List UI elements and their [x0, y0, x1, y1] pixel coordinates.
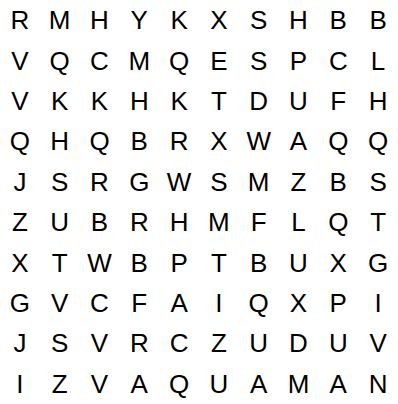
grid-cell[interactable]: I	[0, 364, 40, 404]
grid-cell[interactable]: L	[358, 40, 398, 80]
grid-cell[interactable]: T	[40, 242, 80, 282]
grid-cell[interactable]: R	[0, 0, 40, 40]
grid-cell[interactable]: S	[40, 162, 80, 202]
grid-cell[interactable]: W	[159, 162, 199, 202]
grid-cell[interactable]: C	[80, 283, 120, 323]
grid-cell[interactable]: Z	[40, 364, 80, 404]
grid-cell[interactable]: J	[0, 162, 40, 202]
grid-cell[interactable]: A	[159, 283, 199, 323]
grid-cell[interactable]: A	[279, 121, 319, 161]
grid-cell[interactable]: N	[358, 364, 398, 404]
grid-cell[interactable]: S	[40, 323, 80, 363]
grid-cell[interactable]: P	[318, 283, 358, 323]
grid-cell[interactable]: U	[279, 81, 319, 121]
grid-cell[interactable]: Q	[239, 283, 279, 323]
grid-cell[interactable]: K	[80, 81, 120, 121]
grid-cell[interactable]: B	[80, 202, 120, 242]
grid-cell[interactable]: Q	[358, 121, 398, 161]
grid-cell[interactable]: D	[279, 323, 319, 363]
grid-cell[interactable]: A	[119, 364, 159, 404]
grid-cell[interactable]: U	[199, 364, 239, 404]
grid-cell[interactable]: F	[119, 283, 159, 323]
grid-cell[interactable]: U	[279, 242, 319, 282]
grid-cell[interactable]: D	[239, 81, 279, 121]
grid-cell[interactable]: X	[199, 121, 239, 161]
grid-cell[interactable]: G	[0, 283, 40, 323]
grid-cell[interactable]: B	[239, 242, 279, 282]
grid-cell[interactable]: G	[119, 162, 159, 202]
grid-cell[interactable]: M	[239, 162, 279, 202]
grid-cell[interactable]: P	[279, 40, 319, 80]
grid-cell[interactable]: U	[318, 323, 358, 363]
grid-cell[interactable]: Q	[159, 364, 199, 404]
grid-cell[interactable]: V	[0, 40, 40, 80]
grid-cell[interactable]: B	[358, 0, 398, 40]
grid-cell[interactable]: R	[119, 202, 159, 242]
grid-cell[interactable]: V	[0, 81, 40, 121]
grid-cell[interactable]: Y	[119, 0, 159, 40]
grid-cell[interactable]: K	[159, 81, 199, 121]
word-search-grid: RMHYKXSHBBVQCMQESPCLVKKHKTDUFHQHQBRXWAQQ…	[0, 0, 398, 404]
grid-cell[interactable]: K	[40, 81, 80, 121]
grid-cell[interactable]: Z	[0, 202, 40, 242]
grid-cell[interactable]: Q	[0, 121, 40, 161]
grid-cell[interactable]: F	[318, 81, 358, 121]
grid-cell[interactable]: Q	[159, 40, 199, 80]
grid-cell[interactable]: M	[119, 40, 159, 80]
grid-cell[interactable]: U	[40, 202, 80, 242]
grid-cell[interactable]: R	[119, 323, 159, 363]
grid-cell[interactable]: H	[159, 202, 199, 242]
grid-cell[interactable]: J	[0, 323, 40, 363]
grid-cell[interactable]: V	[358, 323, 398, 363]
grid-cell[interactable]: W	[80, 242, 120, 282]
grid-cell[interactable]: L	[279, 202, 319, 242]
grid-cell[interactable]: B	[318, 0, 358, 40]
grid-cell[interactable]: V	[80, 364, 120, 404]
word-search-board: RMHYKXSHBBVQCMQESPCLVKKHKTDUFHQHQBRXWAQQ…	[0, 0, 398, 404]
grid-cell[interactable]: S	[239, 0, 279, 40]
grid-cell[interactable]: H	[358, 81, 398, 121]
grid-cell[interactable]: X	[279, 283, 319, 323]
grid-cell[interactable]: K	[159, 0, 199, 40]
grid-cell[interactable]: T	[358, 202, 398, 242]
grid-cell[interactable]: X	[318, 242, 358, 282]
grid-cell[interactable]: I	[199, 283, 239, 323]
grid-cell[interactable]: S	[199, 162, 239, 202]
grid-cell[interactable]: M	[279, 364, 319, 404]
grid-cell[interactable]: Q	[318, 202, 358, 242]
grid-cell[interactable]: S	[358, 162, 398, 202]
grid-cell[interactable]: M	[40, 0, 80, 40]
grid-cell[interactable]: Z	[279, 162, 319, 202]
grid-cell[interactable]: W	[239, 121, 279, 161]
grid-cell[interactable]: A	[239, 364, 279, 404]
grid-cell[interactable]: Q	[40, 40, 80, 80]
grid-cell[interactable]: A	[318, 364, 358, 404]
grid-cell[interactable]: C	[318, 40, 358, 80]
grid-cell[interactable]: H	[40, 121, 80, 161]
grid-cell[interactable]: T	[199, 81, 239, 121]
grid-cell[interactable]: R	[159, 121, 199, 161]
grid-cell[interactable]: C	[80, 40, 120, 80]
grid-cell[interactable]: P	[159, 242, 199, 282]
grid-cell[interactable]: H	[279, 0, 319, 40]
grid-cell[interactable]: H	[80, 0, 120, 40]
grid-cell[interactable]: S	[239, 40, 279, 80]
grid-cell[interactable]: V	[80, 323, 120, 363]
grid-cell[interactable]: H	[119, 81, 159, 121]
grid-cell[interactable]: B	[119, 121, 159, 161]
grid-cell[interactable]: V	[40, 283, 80, 323]
grid-cell[interactable]: T	[199, 242, 239, 282]
grid-cell[interactable]: Q	[318, 121, 358, 161]
grid-cell[interactable]: X	[0, 242, 40, 282]
grid-cell[interactable]: I	[358, 283, 398, 323]
grid-cell[interactable]: B	[318, 162, 358, 202]
grid-cell[interactable]: U	[239, 323, 279, 363]
grid-cell[interactable]: C	[159, 323, 199, 363]
grid-cell[interactable]: Z	[199, 323, 239, 363]
grid-cell[interactable]: B	[119, 242, 159, 282]
grid-cell[interactable]: M	[199, 202, 239, 242]
grid-cell[interactable]: F	[239, 202, 279, 242]
grid-cell[interactable]: R	[80, 162, 120, 202]
grid-cell[interactable]: G	[358, 242, 398, 282]
grid-cell[interactable]: E	[199, 40, 239, 80]
grid-cell[interactable]: X	[199, 0, 239, 40]
grid-cell[interactable]: Q	[80, 121, 120, 161]
